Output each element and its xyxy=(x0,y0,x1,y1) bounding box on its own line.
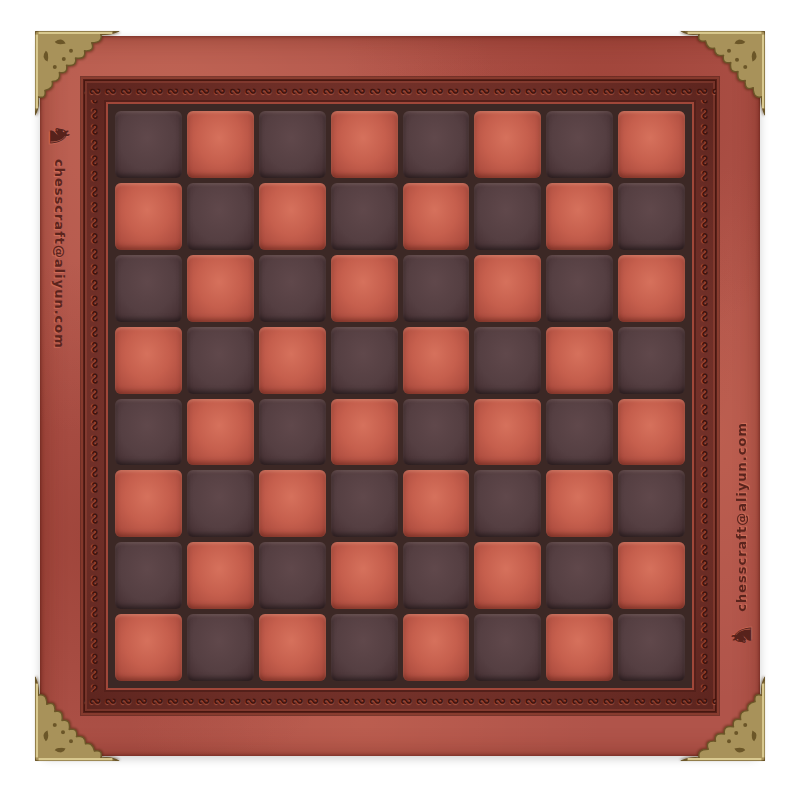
knight-logo-icon: ♞ xyxy=(728,623,755,647)
square-d8[interactable] xyxy=(331,111,398,178)
square-f7[interactable] xyxy=(474,183,541,250)
square-a1[interactable] xyxy=(115,614,182,681)
brand-email-left: chesscraft@aliyun.com xyxy=(52,159,67,349)
square-h2[interactable] xyxy=(618,542,685,609)
square-a3[interactable] xyxy=(115,470,182,537)
square-d6[interactable] xyxy=(331,255,398,322)
square-b3[interactable] xyxy=(187,470,254,537)
square-b4[interactable] xyxy=(187,399,254,466)
square-e4[interactable] xyxy=(403,399,470,466)
square-b7[interactable] xyxy=(187,183,254,250)
square-a6[interactable] xyxy=(115,255,182,322)
scroll-pattern-right: ∾∾∾∾∾∾∾∾∾∾∾∾∾∾∾∾∾∾∾∾∾∾∾∾∾∾∾∾∾∾∾∾∾∾∾∾∾∾∾ xyxy=(694,100,716,692)
knight-logo-icon: ♞ xyxy=(46,123,73,147)
square-e7[interactable] xyxy=(403,183,470,250)
square-d5[interactable] xyxy=(331,327,398,394)
square-d4[interactable] xyxy=(331,399,398,466)
square-f4[interactable] xyxy=(474,399,541,466)
square-e1[interactable] xyxy=(403,614,470,681)
square-g3[interactable] xyxy=(546,470,613,537)
square-g5[interactable] xyxy=(546,327,613,394)
square-h8[interactable] xyxy=(618,111,685,178)
square-h6[interactable] xyxy=(618,255,685,322)
square-c2[interactable] xyxy=(259,542,326,609)
square-b2[interactable] xyxy=(187,542,254,609)
square-c8[interactable] xyxy=(259,111,326,178)
chess-board-mat: ♞ chesscraft@aliyun.com chesscraft@aliyu… xyxy=(40,36,760,756)
square-f2[interactable] xyxy=(474,542,541,609)
square-h5[interactable] xyxy=(618,327,685,394)
square-g4[interactable] xyxy=(546,399,613,466)
square-g2[interactable] xyxy=(546,542,613,609)
square-h3[interactable] xyxy=(618,470,685,537)
square-e2[interactable] xyxy=(403,542,470,609)
square-f3[interactable] xyxy=(474,470,541,537)
square-h7[interactable] xyxy=(618,183,685,250)
square-h1[interactable] xyxy=(618,614,685,681)
square-a7[interactable] xyxy=(115,183,182,250)
scroll-pattern-left: ∾∾∾∾∾∾∾∾∾∾∾∾∾∾∾∾∾∾∾∾∾∾∾∾∾∾∾∾∾∾∾∾∾∾∾∾∾∾∾ xyxy=(84,100,106,692)
square-e5[interactable] xyxy=(403,327,470,394)
square-c7[interactable] xyxy=(259,183,326,250)
square-f5[interactable] xyxy=(474,327,541,394)
square-g7[interactable] xyxy=(546,183,613,250)
product-photo-stage: ♞ chesscraft@aliyun.com chesscraft@aliyu… xyxy=(0,0,800,800)
square-c3[interactable] xyxy=(259,470,326,537)
scroll-pattern-top: ∾∾∾∾∾∾∾∾∾∾∾∾∾∾∾∾∾∾∾∾∾∾∾∾∾∾∾∾∾∾∾∾∾∾∾∾∾∾∾∾… xyxy=(84,80,716,102)
square-c5[interactable] xyxy=(259,327,326,394)
square-f1[interactable] xyxy=(474,614,541,681)
square-g6[interactable] xyxy=(546,255,613,322)
square-a4[interactable] xyxy=(115,399,182,466)
square-b5[interactable] xyxy=(187,327,254,394)
square-e6[interactable] xyxy=(403,255,470,322)
square-b6[interactable] xyxy=(187,255,254,322)
play-area-grid xyxy=(108,104,692,688)
square-b1[interactable] xyxy=(187,614,254,681)
square-e3[interactable] xyxy=(403,470,470,537)
square-g1[interactable] xyxy=(546,614,613,681)
square-g8[interactable] xyxy=(546,111,613,178)
square-e8[interactable] xyxy=(403,111,470,178)
square-d7[interactable] xyxy=(331,183,398,250)
square-f8[interactable] xyxy=(474,111,541,178)
brand-right: chesscraft@aliyun.com ♞ xyxy=(725,422,757,649)
brand-email-right: chesscraft@aliyun.com xyxy=(734,422,749,612)
square-d1[interactable] xyxy=(331,614,398,681)
square-f6[interactable] xyxy=(474,255,541,322)
square-d2[interactable] xyxy=(331,542,398,609)
square-a8[interactable] xyxy=(115,111,182,178)
square-a5[interactable] xyxy=(115,327,182,394)
square-c6[interactable] xyxy=(259,255,326,322)
square-d3[interactable] xyxy=(331,470,398,537)
brand-left: ♞ chesscraft@aliyun.com xyxy=(43,122,75,349)
square-c1[interactable] xyxy=(259,614,326,681)
scroll-pattern-bottom: ∾∾∾∾∾∾∾∾∾∾∾∾∾∾∾∾∾∾∾∾∾∾∾∾∾∾∾∾∾∾∾∾∾∾∾∾∾∾∾∾… xyxy=(84,690,716,712)
square-a2[interactable] xyxy=(115,542,182,609)
square-c4[interactable] xyxy=(259,399,326,466)
square-b8[interactable] xyxy=(187,111,254,178)
square-h4[interactable] xyxy=(618,399,685,466)
